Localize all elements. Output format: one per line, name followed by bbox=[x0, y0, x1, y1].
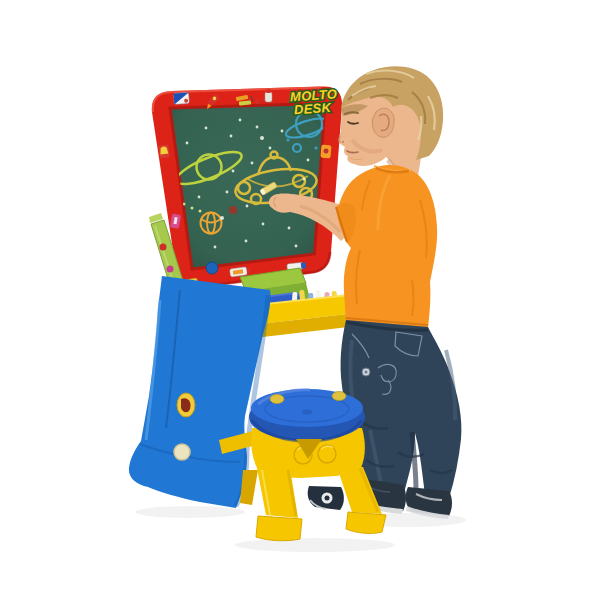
boy-far-shoe bbox=[308, 486, 344, 510]
arm-dot-magenta bbox=[167, 266, 174, 273]
seat-dot-left bbox=[270, 395, 284, 404]
leg-bolt bbox=[206, 262, 218, 274]
nostril bbox=[342, 141, 344, 143]
jeans-leg-gap bbox=[412, 432, 416, 490]
seat-dot-right bbox=[332, 392, 346, 401]
easel-board: MOLTO DESK bbox=[152, 86, 342, 290]
seat-dimple bbox=[302, 410, 312, 415]
nose-line bbox=[339, 136, 340, 142]
product-photo: MOLTO DESK bbox=[0, 0, 600, 600]
stool-shadow bbox=[235, 538, 395, 552]
arm-dot-red bbox=[160, 244, 167, 251]
boy-ear bbox=[372, 108, 394, 137]
logo-line-2: DESK bbox=[293, 100, 333, 118]
desk-shadow bbox=[135, 506, 245, 518]
stool-left-foot bbox=[256, 516, 302, 541]
scene-svg: MOLTO DESK bbox=[0, 0, 600, 600]
sticker-right-top bbox=[320, 145, 331, 159]
leg-round-plug bbox=[174, 444, 190, 460]
molto-flag-sticker bbox=[174, 92, 190, 104]
bell-sticker bbox=[158, 144, 170, 158]
stool-right-foot bbox=[346, 512, 386, 533]
stool-rear-leg bbox=[240, 470, 258, 505]
boy-shirt bbox=[338, 165, 438, 328]
chalk-drawing-red-dot bbox=[229, 206, 237, 214]
